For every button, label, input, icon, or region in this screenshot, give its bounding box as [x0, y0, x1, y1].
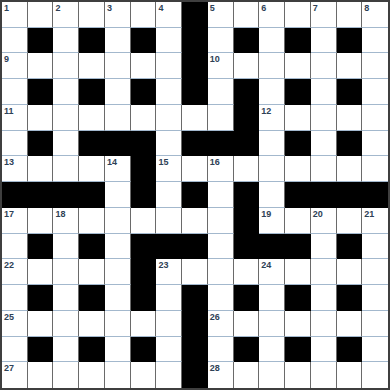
black-cell-r5c13 — [337, 131, 363, 157]
black-cell-r8c9 — [234, 208, 260, 234]
black-cell-r0c7 — [182, 2, 208, 28]
white-cell-r14c1[interactable] — [28, 362, 54, 388]
white-cell-r8c13[interactable] — [337, 208, 363, 234]
clue-number-19: 19 — [261, 209, 271, 219]
clue-number-26: 26 — [210, 312, 220, 322]
black-cell-r13c3 — [79, 337, 105, 363]
white-cell-r2c1[interactable] — [28, 53, 54, 79]
white-cell-r6c0[interactable]: 13 — [2, 156, 28, 182]
white-cell-r10c9[interactable] — [234, 259, 260, 285]
white-cell-r1c4[interactable] — [105, 28, 131, 54]
clue-number-2: 2 — [55, 3, 60, 13]
white-cell-r13c10[interactable] — [259, 337, 285, 363]
white-cell-r9c2[interactable] — [53, 234, 79, 260]
white-cell-r9c12[interactable] — [311, 234, 337, 260]
black-cell-r7c2 — [53, 182, 79, 208]
white-cell-r2c13[interactable] — [337, 53, 363, 79]
clue-number-18: 18 — [55, 209, 65, 219]
white-cell-r0c13[interactable] — [337, 2, 363, 28]
black-cell-r3c1 — [28, 79, 54, 105]
black-cell-r2c7 — [182, 53, 208, 79]
white-cell-r6c2[interactable] — [53, 156, 79, 182]
black-cell-r3c9 — [234, 79, 260, 105]
white-cell-r11c12[interactable] — [311, 285, 337, 311]
clue-number-9: 9 — [4, 54, 9, 64]
white-cell-r0c12[interactable]: 7 — [311, 2, 337, 28]
white-cell-r8c8[interactable] — [208, 208, 234, 234]
white-cell-r0c10[interactable]: 6 — [259, 2, 285, 28]
white-cell-r5c12[interactable] — [311, 131, 337, 157]
clue-number-11: 11 — [4, 106, 14, 116]
black-cell-r11c3 — [79, 285, 105, 311]
white-cell-r4c14[interactable] — [362, 105, 388, 131]
clue-number-15: 15 — [158, 157, 168, 167]
white-cell-r12c1[interactable] — [28, 311, 54, 337]
white-cell-r4c0[interactable]: 11 — [2, 105, 28, 131]
white-cell-r0c4[interactable]: 3 — [105, 2, 131, 28]
white-cell-r4c7[interactable] — [182, 105, 208, 131]
white-cell-r1c8[interactable] — [208, 28, 234, 54]
white-cell-r3c12[interactable] — [311, 79, 337, 105]
black-cell-r11c1 — [28, 285, 54, 311]
black-cell-r9c10 — [259, 234, 285, 260]
black-cell-r10c5 — [131, 259, 157, 285]
clue-number-28: 28 — [210, 363, 220, 373]
clue-number-1: 1 — [4, 3, 9, 13]
white-cell-r14c3[interactable] — [79, 362, 105, 388]
white-cell-r12c13[interactable] — [337, 311, 363, 337]
black-cell-r1c11 — [285, 28, 311, 54]
clue-number-4: 4 — [158, 3, 163, 13]
white-cell-r6c7[interactable] — [182, 156, 208, 182]
white-cell-r8c14[interactable]: 21 — [362, 208, 388, 234]
white-cell-r5c0[interactable] — [2, 131, 28, 157]
white-cell-r10c10[interactable]: 24 — [259, 259, 285, 285]
black-cell-r9c13 — [337, 234, 363, 260]
white-cell-r12c0[interactable]: 25 — [2, 311, 28, 337]
black-cell-r5c4 — [105, 131, 131, 157]
white-cell-r9c8[interactable] — [208, 234, 234, 260]
white-cell-r1c14[interactable] — [362, 28, 388, 54]
white-cell-r13c6[interactable] — [156, 337, 182, 363]
white-cell-r11c0[interactable] — [2, 285, 28, 311]
black-cell-r1c13 — [337, 28, 363, 54]
white-cell-r14c10[interactable] — [259, 362, 285, 388]
white-cell-r14c8[interactable]: 28 — [208, 362, 234, 388]
white-cell-r8c2[interactable]: 18 — [53, 208, 79, 234]
white-cell-r6c10[interactable] — [259, 156, 285, 182]
white-cell-r4c4[interactable] — [105, 105, 131, 131]
white-cell-r10c3[interactable] — [79, 259, 105, 285]
white-cell-r14c11[interactable] — [285, 362, 311, 388]
white-cell-r7c6[interactable] — [156, 182, 182, 208]
black-cell-r9c5 — [131, 234, 157, 260]
white-cell-r6c6[interactable]: 15 — [156, 156, 182, 182]
white-cell-r6c1[interactable] — [28, 156, 54, 182]
white-cell-r11c10[interactable] — [259, 285, 285, 311]
clue-number-16: 16 — [210, 157, 220, 167]
white-cell-r10c4[interactable] — [105, 259, 131, 285]
white-cell-r6c14[interactable] — [362, 156, 388, 182]
white-cell-r12c8[interactable]: 26 — [208, 311, 234, 337]
black-cell-r13c13 — [337, 337, 363, 363]
white-cell-r8c0[interactable]: 17 — [2, 208, 28, 234]
white-cell-r5c6[interactable] — [156, 131, 182, 157]
clue-number-24: 24 — [261, 260, 271, 270]
black-cell-r7c11 — [285, 182, 311, 208]
white-cell-r3c0[interactable] — [2, 79, 28, 105]
white-cell-r3c4[interactable] — [105, 79, 131, 105]
white-cell-r7c4[interactable] — [105, 182, 131, 208]
black-cell-r3c7 — [182, 79, 208, 105]
black-cell-r13c11 — [285, 337, 311, 363]
white-cell-r3c2[interactable] — [53, 79, 79, 105]
white-cell-r8c11[interactable] — [285, 208, 311, 234]
black-cell-r9c9 — [234, 234, 260, 260]
black-cell-r1c7 — [182, 28, 208, 54]
clue-number-8: 8 — [364, 3, 369, 13]
white-cell-r2c4[interactable] — [105, 53, 131, 79]
black-cell-r1c3 — [79, 28, 105, 54]
white-cell-r11c6[interactable] — [156, 285, 182, 311]
black-cell-r7c5 — [131, 182, 157, 208]
white-cell-r4c13[interactable] — [337, 105, 363, 131]
white-cell-r10c12[interactable] — [311, 259, 337, 285]
black-cell-r3c13 — [337, 79, 363, 105]
black-cell-r1c9 — [234, 28, 260, 54]
white-cell-r6c4[interactable]: 14 — [105, 156, 131, 182]
white-cell-r9c4[interactable] — [105, 234, 131, 260]
black-cell-r9c11 — [285, 234, 311, 260]
white-cell-r2c8[interactable]: 10 — [208, 53, 234, 79]
black-cell-r7c7 — [182, 182, 208, 208]
white-cell-r2c11[interactable] — [285, 53, 311, 79]
black-cell-r5c8 — [208, 131, 234, 157]
black-cell-r13c7 — [182, 337, 208, 363]
white-cell-r0c1[interactable] — [28, 2, 54, 28]
white-cell-r7c10[interactable] — [259, 182, 285, 208]
white-cell-r8c5[interactable] — [131, 208, 157, 234]
black-cell-r12c7 — [182, 311, 208, 337]
clue-number-14: 14 — [107, 157, 117, 167]
white-cell-r2c3[interactable] — [79, 53, 105, 79]
white-cell-r10c13[interactable] — [337, 259, 363, 285]
clue-number-12: 12 — [261, 106, 271, 116]
white-cell-r0c8[interactable]: 5 — [208, 2, 234, 28]
white-cell-r12c6[interactable] — [156, 311, 182, 337]
white-cell-r1c6[interactable] — [156, 28, 182, 54]
white-cell-r10c0[interactable]: 22 — [2, 259, 28, 285]
white-cell-r2c2[interactable] — [53, 53, 79, 79]
clue-number-10: 10 — [210, 54, 220, 64]
crossword-board: 1234567891011121314151617181920212223242… — [0, 0, 390, 390]
white-cell-r6c13[interactable] — [337, 156, 363, 182]
black-cell-r5c9 — [234, 131, 260, 157]
clue-number-17: 17 — [4, 209, 14, 219]
black-cell-r9c6 — [156, 234, 182, 260]
white-cell-r2c6[interactable] — [156, 53, 182, 79]
black-cell-r11c11 — [285, 285, 311, 311]
white-cell-r10c2[interactable] — [53, 259, 79, 285]
black-cell-r4c9 — [234, 105, 260, 131]
white-cell-r1c0[interactable] — [2, 28, 28, 54]
white-cell-r2c12[interactable] — [311, 53, 337, 79]
white-cell-r12c5[interactable] — [131, 311, 157, 337]
black-cell-r6c5 — [131, 156, 157, 182]
white-cell-r0c2[interactable]: 2 — [53, 2, 79, 28]
white-cell-r11c4[interactable] — [105, 285, 131, 311]
white-cell-r2c5[interactable] — [131, 53, 157, 79]
white-cell-r4c10[interactable]: 12 — [259, 105, 285, 131]
white-cell-r10c1[interactable] — [28, 259, 54, 285]
black-cell-r11c5 — [131, 285, 157, 311]
clue-number-5: 5 — [210, 3, 215, 13]
white-cell-r12c10[interactable] — [259, 311, 285, 337]
white-cell-r13c0[interactable] — [2, 337, 28, 363]
clue-number-7: 7 — [313, 3, 318, 13]
white-cell-r0c3[interactable] — [79, 2, 105, 28]
white-cell-r5c14[interactable] — [362, 131, 388, 157]
white-cell-r10c7[interactable] — [182, 259, 208, 285]
white-cell-r3c8[interactable] — [208, 79, 234, 105]
white-cell-r6c8[interactable]: 16 — [208, 156, 234, 182]
white-cell-r1c10[interactable] — [259, 28, 285, 54]
white-cell-r12c2[interactable] — [53, 311, 79, 337]
white-cell-r4c5[interactable] — [131, 105, 157, 131]
white-cell-r6c9[interactable] — [234, 156, 260, 182]
white-cell-r4c11[interactable] — [285, 105, 311, 131]
black-cell-r5c11 — [285, 131, 311, 157]
black-cell-r11c13 — [337, 285, 363, 311]
black-cell-r3c11 — [285, 79, 311, 105]
clue-number-13: 13 — [4, 157, 14, 167]
white-cell-r0c5[interactable] — [131, 2, 157, 28]
clue-number-23: 23 — [158, 260, 168, 270]
white-cell-r9c0[interactable] — [2, 234, 28, 260]
white-cell-r11c14[interactable] — [362, 285, 388, 311]
black-cell-r3c5 — [131, 79, 157, 105]
white-cell-r3c14[interactable] — [362, 79, 388, 105]
black-cell-r11c7 — [182, 285, 208, 311]
white-cell-r6c12[interactable] — [311, 156, 337, 182]
white-cell-r12c14[interactable] — [362, 311, 388, 337]
black-cell-r5c7 — [182, 131, 208, 157]
black-cell-r9c1 — [28, 234, 54, 260]
white-cell-r13c14[interactable] — [362, 337, 388, 363]
white-cell-r3c6[interactable] — [156, 79, 182, 105]
black-cell-r7c13 — [337, 182, 363, 208]
white-cell-r9c14[interactable] — [362, 234, 388, 260]
white-cell-r2c10[interactable] — [259, 53, 285, 79]
black-cell-r11c9 — [234, 285, 260, 311]
white-cell-r13c2[interactable] — [53, 337, 79, 363]
white-cell-r10c6[interactable]: 23 — [156, 259, 182, 285]
white-cell-r12c4[interactable] — [105, 311, 131, 337]
black-cell-r7c0 — [2, 182, 28, 208]
black-cell-r5c5 — [131, 131, 157, 157]
black-cell-r3c3 — [79, 79, 105, 105]
white-cell-r13c12[interactable] — [311, 337, 337, 363]
white-cell-r2c9[interactable] — [234, 53, 260, 79]
white-cell-r8c4[interactable] — [105, 208, 131, 234]
white-cell-r4c12[interactable] — [311, 105, 337, 131]
clue-number-21: 21 — [364, 209, 374, 219]
clue-number-27: 27 — [4, 363, 14, 373]
white-cell-r0c11[interactable] — [285, 2, 311, 28]
white-cell-r12c12[interactable] — [311, 311, 337, 337]
white-cell-r11c2[interactable] — [53, 285, 79, 311]
white-cell-r10c8[interactable] — [208, 259, 234, 285]
white-cell-r11c8[interactable] — [208, 285, 234, 311]
black-cell-r7c12 — [311, 182, 337, 208]
white-cell-r4c1[interactable] — [28, 105, 54, 131]
black-cell-r1c5 — [131, 28, 157, 54]
black-cell-r7c14 — [362, 182, 388, 208]
white-cell-r8c6[interactable] — [156, 208, 182, 234]
black-cell-r7c1 — [28, 182, 54, 208]
black-cell-r5c3 — [79, 131, 105, 157]
white-cell-r1c12[interactable] — [311, 28, 337, 54]
white-cell-r8c7[interactable] — [182, 208, 208, 234]
white-cell-r12c9[interactable] — [234, 311, 260, 337]
black-cell-r9c3 — [79, 234, 105, 260]
white-cell-r4c3[interactable] — [79, 105, 105, 131]
white-cell-r10c11[interactable] — [285, 259, 311, 285]
white-cell-r0c0[interactable]: 1 — [2, 2, 28, 28]
black-cell-r13c1 — [28, 337, 54, 363]
clue-number-22: 22 — [4, 260, 14, 270]
clue-number-6: 6 — [261, 3, 266, 13]
white-cell-r6c11[interactable] — [285, 156, 311, 182]
white-cell-r8c12[interactable]: 20 — [311, 208, 337, 234]
white-cell-r6c3[interactable] — [79, 156, 105, 182]
white-cell-r3c10[interactable] — [259, 79, 285, 105]
white-cell-r5c10[interactable] — [259, 131, 285, 157]
white-cell-r2c0[interactable]: 9 — [2, 53, 28, 79]
white-cell-r13c4[interactable] — [105, 337, 131, 363]
white-cell-r8c10[interactable]: 19 — [259, 208, 285, 234]
white-cell-r14c0[interactable]: 27 — [2, 362, 28, 388]
white-cell-r14c5[interactable] — [131, 362, 157, 388]
white-cell-r10c14[interactable] — [362, 259, 388, 285]
white-cell-r4c2[interactable] — [53, 105, 79, 131]
clue-number-3: 3 — [107, 3, 112, 13]
black-cell-r7c3 — [79, 182, 105, 208]
white-cell-r8c3[interactable] — [79, 208, 105, 234]
white-cell-r0c6[interactable]: 4 — [156, 2, 182, 28]
white-cell-r0c14[interactable]: 8 — [362, 2, 388, 28]
white-cell-r14c6[interactable] — [156, 362, 182, 388]
white-cell-r13c8[interactable] — [208, 337, 234, 363]
clue-number-25: 25 — [4, 312, 14, 322]
black-cell-r13c5 — [131, 337, 157, 363]
white-cell-r8c1[interactable] — [28, 208, 54, 234]
white-cell-r1c2[interactable] — [53, 28, 79, 54]
white-cell-r14c4[interactable] — [105, 362, 131, 388]
white-cell-r14c2[interactable] — [53, 362, 79, 388]
clue-number-20: 20 — [313, 209, 323, 219]
white-cell-r12c3[interactable] — [79, 311, 105, 337]
white-cell-r7c8[interactable] — [208, 182, 234, 208]
black-cell-r13c9 — [234, 337, 260, 363]
white-cell-r14c13[interactable] — [337, 362, 363, 388]
white-cell-r5c2[interactable] — [53, 131, 79, 157]
white-cell-r14c9[interactable] — [234, 362, 260, 388]
white-cell-r14c14[interactable] — [362, 362, 388, 388]
white-cell-r2c14[interactable] — [362, 53, 388, 79]
white-cell-r4c6[interactable] — [156, 105, 182, 131]
white-cell-r14c12[interactable] — [311, 362, 337, 388]
black-cell-r14c7 — [182, 362, 208, 388]
black-cell-r7c9 — [234, 182, 260, 208]
white-cell-r4c8[interactable] — [208, 105, 234, 131]
black-cell-r1c1 — [28, 28, 54, 54]
white-cell-r0c9[interactable] — [234, 2, 260, 28]
white-cell-r12c11[interactable] — [285, 311, 311, 337]
black-cell-r5c1 — [28, 131, 54, 157]
black-cell-r9c7 — [182, 234, 208, 260]
